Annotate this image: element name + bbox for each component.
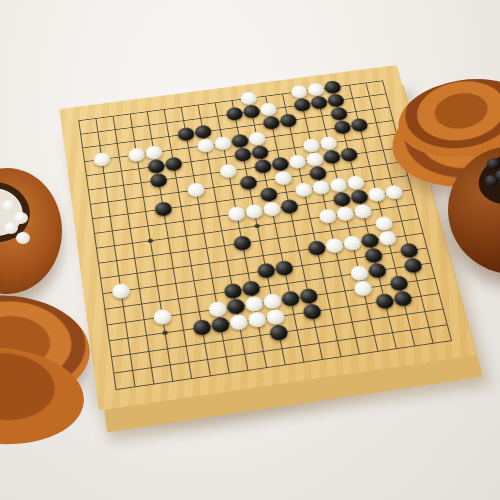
bowl-black-stone [487, 158, 500, 169]
bowl-white-stone [14, 212, 28, 224]
star-point [254, 224, 260, 229]
star-point [162, 330, 168, 335]
go-scene [0, 0, 500, 500]
star-point [148, 238, 154, 243]
bowl-white-stone [4, 222, 18, 234]
bowl-black-stone [485, 175, 498, 186]
bowl-white-stone [2, 200, 16, 212]
bowl-white-stone [16, 232, 30, 244]
